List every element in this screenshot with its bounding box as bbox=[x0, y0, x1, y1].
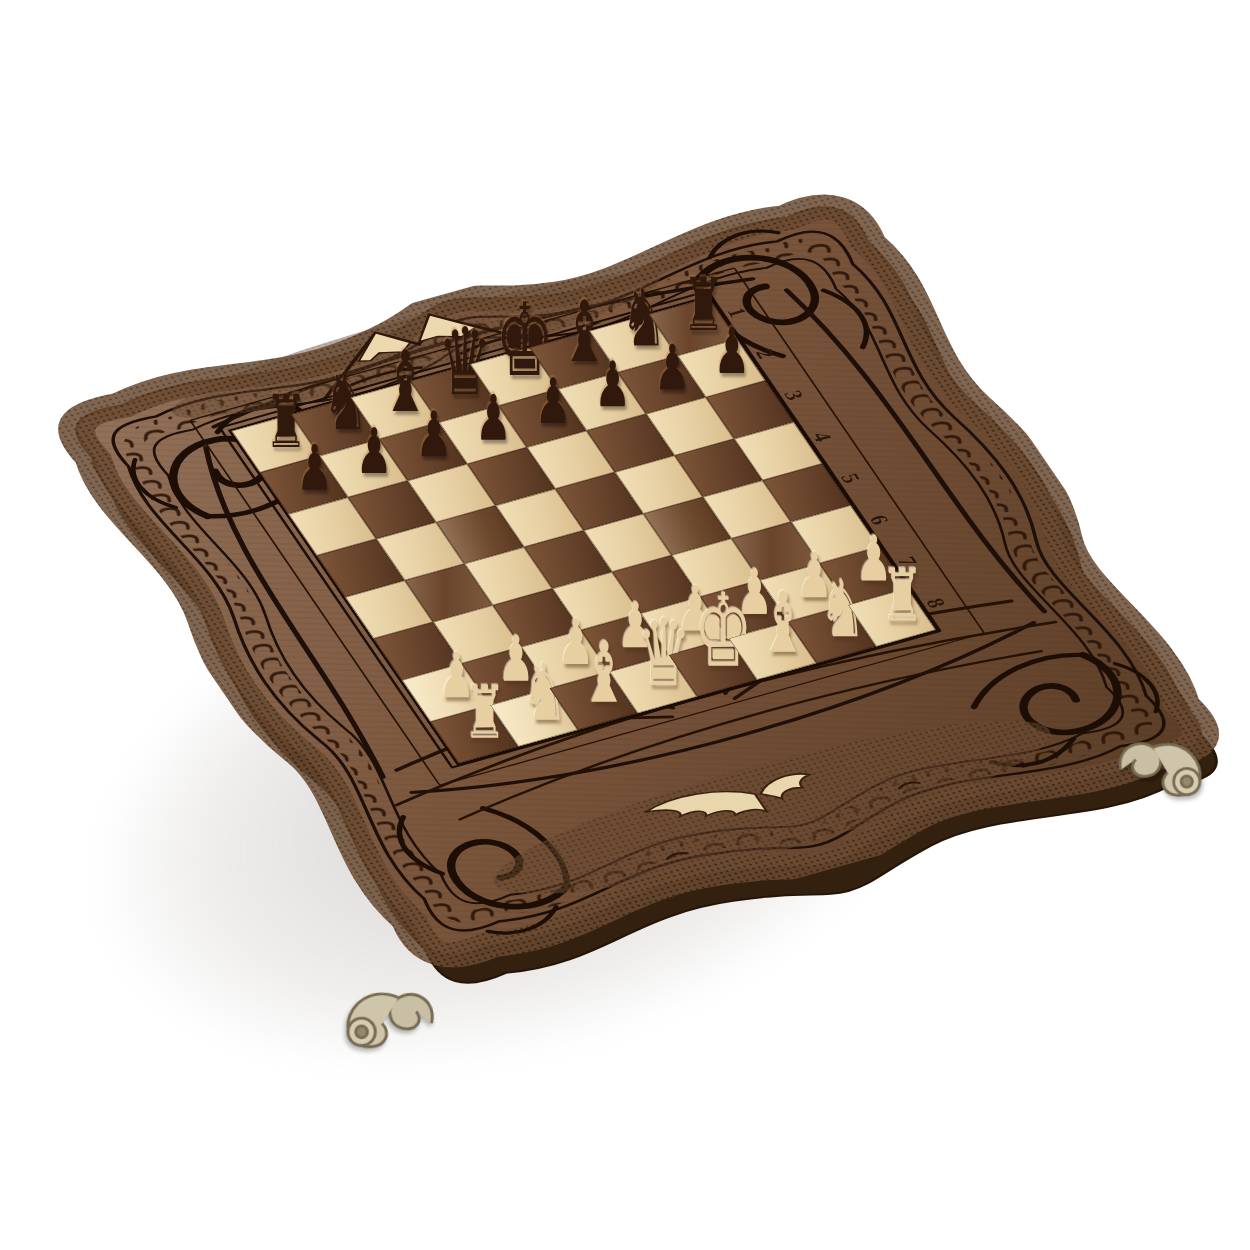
bottom-left-clasp bbox=[317, 971, 455, 1074]
black-pawn[interactable]: ♟ bbox=[296, 437, 333, 500]
black-pawn[interactable]: ♟ bbox=[654, 337, 691, 400]
white-king[interactable]: ♚ bbox=[694, 582, 753, 683]
black-pawn[interactable]: ♟ bbox=[415, 403, 452, 466]
black-pawn[interactable]: ♟ bbox=[594, 353, 631, 416]
black-pawn[interactable]: ♟ bbox=[475, 387, 512, 450]
product-photo-stage: ♜♞♝♛♚♝♞♜♟♟♟♟♟♟♟♟♟♟♟♟♟♟♟♟♜♞♝♛♚♝♞♜ 1234567… bbox=[0, 0, 1250, 1250]
black-pawn[interactable]: ♟ bbox=[355, 420, 392, 483]
black-pawn[interactable]: ♟ bbox=[534, 370, 571, 433]
